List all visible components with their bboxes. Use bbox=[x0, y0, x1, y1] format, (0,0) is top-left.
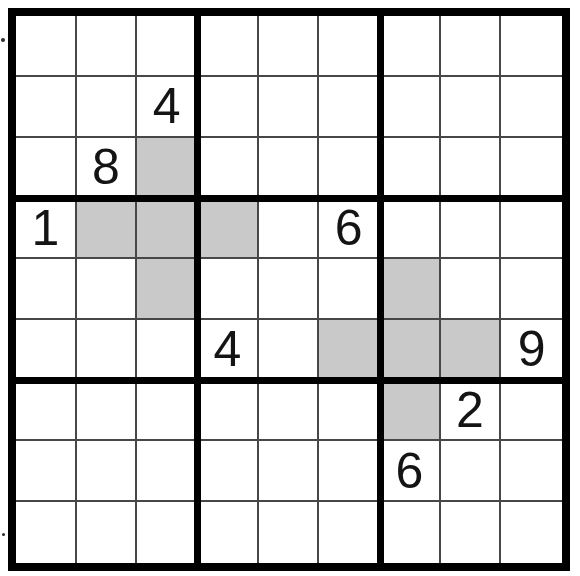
cell-r4c2[interactable] bbox=[77, 198, 138, 259]
cell-r5c2[interactable] bbox=[77, 259, 138, 320]
sudoku-grid: 48164926 bbox=[16, 16, 562, 563]
cell-r7c6[interactable] bbox=[319, 381, 380, 442]
cell-r4c1[interactable]: 1 bbox=[16, 198, 77, 259]
cell-r2c9[interactable] bbox=[501, 77, 562, 138]
cell-r7c2[interactable] bbox=[77, 381, 138, 442]
cell-r7c5[interactable] bbox=[259, 381, 320, 442]
cell-r6c3[interactable] bbox=[137, 320, 198, 381]
cell-r8c9[interactable] bbox=[501, 441, 562, 502]
cell-r6c1[interactable] bbox=[16, 320, 77, 381]
cell-r9c3[interactable] bbox=[137, 502, 198, 563]
cell-r9c5[interactable] bbox=[259, 502, 320, 563]
cell-r3c3[interactable] bbox=[137, 138, 198, 199]
cell-r3c7[interactable] bbox=[380, 138, 441, 199]
cell-r3c8[interactable] bbox=[441, 138, 502, 199]
cell-r5c3[interactable] bbox=[137, 259, 198, 320]
cell-r9c6[interactable] bbox=[319, 502, 380, 563]
cell-r6c2[interactable] bbox=[77, 320, 138, 381]
cell-r1c1[interactable] bbox=[16, 16, 77, 77]
cell-r7c4[interactable] bbox=[198, 381, 259, 442]
cell-r5c1[interactable] bbox=[16, 259, 77, 320]
cell-r3c2[interactable]: 8 bbox=[77, 138, 138, 199]
cell-r8c7[interactable]: 6 bbox=[380, 441, 441, 502]
cell-r9c2[interactable] bbox=[77, 502, 138, 563]
cell-r7c3[interactable] bbox=[137, 381, 198, 442]
cell-r6c4[interactable]: 4 bbox=[198, 320, 259, 381]
cell-r5c7[interactable] bbox=[380, 259, 441, 320]
scan-speck bbox=[1, 38, 5, 42]
cell-r9c9[interactable] bbox=[501, 502, 562, 563]
cell-r8c6[interactable] bbox=[319, 441, 380, 502]
cell-r5c8[interactable] bbox=[441, 259, 502, 320]
cell-r8c5[interactable] bbox=[259, 441, 320, 502]
cell-r8c4[interactable] bbox=[198, 441, 259, 502]
scan-speck bbox=[2, 533, 5, 536]
cell-r1c4[interactable] bbox=[198, 16, 259, 77]
cell-r2c6[interactable] bbox=[319, 77, 380, 138]
cell-r4c3[interactable] bbox=[137, 198, 198, 259]
puzzle-page: 48164926 bbox=[0, 0, 580, 576]
cell-r4c7[interactable] bbox=[380, 198, 441, 259]
cell-r7c9[interactable] bbox=[501, 381, 562, 442]
cell-r4c9[interactable] bbox=[501, 198, 562, 259]
cell-r1c6[interactable] bbox=[319, 16, 380, 77]
cell-r3c6[interactable] bbox=[319, 138, 380, 199]
cell-r2c1[interactable] bbox=[16, 77, 77, 138]
cell-r6c7[interactable] bbox=[380, 320, 441, 381]
box-divider-horizontal-2 bbox=[16, 377, 562, 384]
box-divider-vertical-1 bbox=[194, 16, 201, 563]
cell-r4c5[interactable] bbox=[259, 198, 320, 259]
cell-r9c7[interactable] bbox=[380, 502, 441, 563]
cell-r4c4[interactable] bbox=[198, 198, 259, 259]
sudoku-board: 48164926 bbox=[8, 8, 570, 571]
cell-r1c9[interactable] bbox=[501, 16, 562, 77]
cell-r1c7[interactable] bbox=[380, 16, 441, 77]
cell-r6c9[interactable]: 9 bbox=[501, 320, 562, 381]
cell-r8c1[interactable] bbox=[16, 441, 77, 502]
cell-r3c9[interactable] bbox=[501, 138, 562, 199]
cell-r9c8[interactable] bbox=[441, 502, 502, 563]
cell-r9c4[interactable] bbox=[198, 502, 259, 563]
cell-r2c4[interactable] bbox=[198, 77, 259, 138]
cell-r5c6[interactable] bbox=[319, 259, 380, 320]
cell-r8c3[interactable] bbox=[137, 441, 198, 502]
cell-r6c6[interactable] bbox=[319, 320, 380, 381]
cell-r3c1[interactable] bbox=[16, 138, 77, 199]
cell-r6c5[interactable] bbox=[259, 320, 320, 381]
cell-r9c1[interactable] bbox=[16, 502, 77, 563]
cell-r7c8[interactable]: 2 bbox=[441, 381, 502, 442]
cell-r1c2[interactable] bbox=[77, 16, 138, 77]
cell-r1c8[interactable] bbox=[441, 16, 502, 77]
cell-r1c3[interactable] bbox=[137, 16, 198, 77]
cell-r3c5[interactable] bbox=[259, 138, 320, 199]
cell-r2c3[interactable]: 4 bbox=[137, 77, 198, 138]
cell-r1c5[interactable] bbox=[259, 16, 320, 77]
cell-r5c5[interactable] bbox=[259, 259, 320, 320]
cell-r2c2[interactable] bbox=[77, 77, 138, 138]
box-divider-horizontal-1 bbox=[16, 195, 562, 202]
cell-r5c4[interactable] bbox=[198, 259, 259, 320]
cell-r8c8[interactable] bbox=[441, 441, 502, 502]
cell-r2c8[interactable] bbox=[441, 77, 502, 138]
cell-r2c5[interactable] bbox=[259, 77, 320, 138]
cell-r7c7[interactable] bbox=[380, 381, 441, 442]
cell-r2c7[interactable] bbox=[380, 77, 441, 138]
cell-r3c4[interactable] bbox=[198, 138, 259, 199]
cell-r4c8[interactable] bbox=[441, 198, 502, 259]
cell-r5c9[interactable] bbox=[501, 259, 562, 320]
cell-r8c2[interactable] bbox=[77, 441, 138, 502]
cell-r6c8[interactable] bbox=[441, 320, 502, 381]
cell-r7c1[interactable] bbox=[16, 381, 77, 442]
cell-r4c6[interactable]: 6 bbox=[319, 198, 380, 259]
box-divider-vertical-2 bbox=[377, 16, 384, 563]
